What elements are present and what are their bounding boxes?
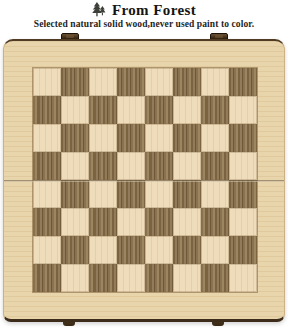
square-b1 [61,264,89,292]
square-b6 [61,124,89,152]
square-c1 [89,264,117,292]
square-e1 [145,264,173,292]
square-h1 [229,264,257,292]
square-h8 [229,68,257,96]
square-h5 [229,152,257,180]
square-h3 [229,208,257,236]
square-f1 [173,264,201,292]
square-e8 [145,68,173,96]
square-h6 [229,124,257,152]
square-f3 [173,208,201,236]
fold-seam [4,180,284,182]
square-d3 [117,208,145,236]
square-g1 [201,264,229,292]
square-h7 [229,96,257,124]
square-a4 [33,180,61,208]
product-title: From Forest [112,2,196,18]
square-g7 [201,96,229,124]
square-d5 [117,152,145,180]
square-a6 [33,124,61,152]
square-f4 [173,180,201,208]
square-c6 [89,124,117,152]
header: From Forest Selected natural solid wood,… [0,0,288,30]
square-a5 [33,152,61,180]
square-b3 [61,208,89,236]
square-c8 [89,68,117,96]
square-c7 [89,96,117,124]
square-c5 [89,152,117,180]
square-e6 [145,124,173,152]
square-b8 [61,68,89,96]
square-e2 [145,236,173,264]
square-f6 [173,124,201,152]
square-c4 [89,180,117,208]
square-g4 [201,180,229,208]
square-a2 [33,236,61,264]
square-h2 [229,236,257,264]
title-line: From Forest [0,1,288,18]
square-g5 [201,152,229,180]
square-h4 [229,180,257,208]
square-d4 [117,180,145,208]
square-a8 [33,68,61,96]
square-f8 [173,68,201,96]
square-g8 [201,68,229,96]
square-b4 [61,180,89,208]
square-d7 [117,96,145,124]
pine-trees-icon [92,2,106,17]
square-c2 [89,236,117,264]
square-g6 [201,124,229,152]
square-d8 [117,68,145,96]
square-e3 [145,208,173,236]
square-g3 [201,208,229,236]
square-d2 [117,236,145,264]
square-d1 [117,264,145,292]
square-e7 [145,96,173,124]
square-a3 [33,208,61,236]
square-f2 [173,236,201,264]
square-a7 [33,96,61,124]
square-f5 [173,152,201,180]
square-a1 [33,264,61,292]
square-e5 [145,152,173,180]
square-e4 [145,180,173,208]
square-b5 [61,152,89,180]
square-g2 [201,236,229,264]
square-b2 [61,236,89,264]
square-b7 [61,96,89,124]
product-subtitle: Selected natural solid wood,never used p… [0,19,288,30]
chess-board [3,39,285,322]
square-d6 [117,124,145,152]
square-c3 [89,208,117,236]
square-f7 [173,96,201,124]
